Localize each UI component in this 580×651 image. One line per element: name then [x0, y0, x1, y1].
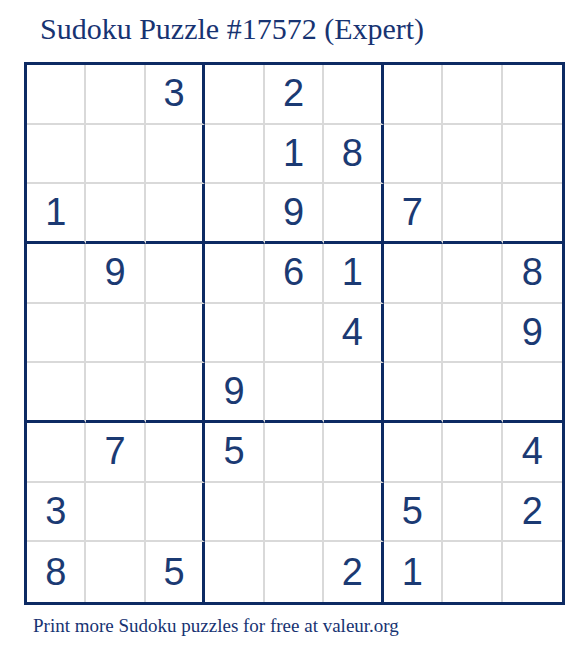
given-digit: 9 — [223, 370, 244, 413]
cell-r2c2 — [86, 125, 145, 185]
cell-r9c9 — [503, 542, 562, 602]
given-digit: 8 — [522, 251, 543, 294]
cell-r4c3 — [146, 244, 205, 304]
cell-r6c7 — [384, 363, 443, 423]
given-digit: 8 — [45, 551, 66, 594]
cell-r9c8 — [443, 542, 502, 602]
cell-r3c1: 1 — [27, 184, 86, 244]
cell-r4c1 — [27, 244, 86, 304]
cell-r9c4 — [205, 542, 264, 602]
cell-r3c4 — [205, 184, 264, 244]
cell-r4c5: 6 — [265, 244, 324, 304]
given-digit: 8 — [342, 132, 363, 175]
cell-r4c8 — [443, 244, 502, 304]
cell-r1c5: 2 — [265, 65, 324, 125]
cell-r1c8 — [443, 65, 502, 125]
cell-r9c3: 5 — [146, 542, 205, 602]
given-digit: 5 — [223, 430, 244, 473]
cell-r6c4: 9 — [205, 363, 264, 423]
cell-r1c3: 3 — [146, 65, 205, 125]
cell-r8c1: 3 — [27, 483, 86, 543]
cell-r2c1 — [27, 125, 86, 185]
given-digit: 4 — [522, 430, 543, 473]
cell-r7c5 — [265, 423, 324, 483]
cell-r7c1 — [27, 423, 86, 483]
cell-r2c8 — [443, 125, 502, 185]
cell-r4c9: 8 — [503, 244, 562, 304]
cell-r7c8 — [443, 423, 502, 483]
cell-r2c3 — [146, 125, 205, 185]
cell-r2c5: 1 — [265, 125, 324, 185]
cell-r6c5 — [265, 363, 324, 423]
given-digit: 7 — [402, 191, 423, 234]
cell-r3c5: 9 — [265, 184, 324, 244]
cell-r6c9 — [503, 363, 562, 423]
cell-r3c2 — [86, 184, 145, 244]
given-digit: 2 — [283, 72, 304, 115]
cell-r6c6 — [324, 363, 383, 423]
given-digit: 9 — [283, 191, 304, 234]
cell-r8c8 — [443, 483, 502, 543]
cell-r3c6 — [324, 184, 383, 244]
cell-r4c7 — [384, 244, 443, 304]
given-digit: 5 — [402, 490, 423, 533]
sudoku-board: 321819796184997543528521 — [24, 62, 565, 605]
given-digit: 4 — [342, 311, 363, 354]
puzzle-title: Sudoku Puzzle #17572 (Expert) — [40, 12, 424, 46]
cell-r9c2 — [86, 542, 145, 602]
cell-r8c5 — [265, 483, 324, 543]
cell-r7c4: 5 — [205, 423, 264, 483]
cell-r5c1 — [27, 304, 86, 364]
cell-r6c1 — [27, 363, 86, 423]
cell-r9c5 — [265, 542, 324, 602]
cell-r8c3 — [146, 483, 205, 543]
cell-r5c9: 9 — [503, 304, 562, 364]
cell-r8c9: 2 — [503, 483, 562, 543]
cell-r7c7 — [384, 423, 443, 483]
cell-r6c3 — [146, 363, 205, 423]
cell-r1c4 — [205, 65, 264, 125]
cell-r5c6: 4 — [324, 304, 383, 364]
given-digit: 1 — [45, 191, 66, 234]
cell-r3c7: 7 — [384, 184, 443, 244]
cell-r1c9 — [503, 65, 562, 125]
cell-r1c2 — [86, 65, 145, 125]
cell-r1c7 — [384, 65, 443, 125]
cell-r6c8 — [443, 363, 502, 423]
given-digit: 2 — [522, 490, 543, 533]
cell-r5c5 — [265, 304, 324, 364]
cell-r9c1: 8 — [27, 542, 86, 602]
cell-r2c4 — [205, 125, 264, 185]
cell-r8c4 — [205, 483, 264, 543]
given-digit: 2 — [342, 551, 363, 594]
cell-r2c9 — [503, 125, 562, 185]
cell-r9c6: 2 — [324, 542, 383, 602]
cell-r7c3 — [146, 423, 205, 483]
given-digit: 3 — [164, 72, 185, 115]
cell-r8c2 — [86, 483, 145, 543]
given-digit: 1 — [402, 551, 423, 594]
given-digit: 3 — [45, 490, 66, 533]
given-digit: 1 — [342, 251, 363, 294]
cell-r3c9 — [503, 184, 562, 244]
cell-r4c2: 9 — [86, 244, 145, 304]
cell-r1c6 — [324, 65, 383, 125]
given-digit: 7 — [105, 430, 126, 473]
cell-r6c2 — [86, 363, 145, 423]
cell-r3c3 — [146, 184, 205, 244]
given-digit: 6 — [283, 251, 304, 294]
cell-r4c6: 1 — [324, 244, 383, 304]
given-digit: 9 — [522, 311, 543, 354]
given-digit: 9 — [105, 251, 126, 294]
cell-r5c8 — [443, 304, 502, 364]
cell-r4c4 — [205, 244, 264, 304]
cell-r8c7: 5 — [384, 483, 443, 543]
cell-r7c9: 4 — [503, 423, 562, 483]
given-digit: 5 — [164, 551, 185, 594]
cell-r5c4 — [205, 304, 264, 364]
cell-r2c6: 8 — [324, 125, 383, 185]
cell-r5c3 — [146, 304, 205, 364]
footer-note: Print more Sudoku puzzles for free at va… — [33, 614, 399, 638]
cell-r3c8 — [443, 184, 502, 244]
cell-r1c1 — [27, 65, 86, 125]
cell-r2c7 — [384, 125, 443, 185]
cell-r5c2 — [86, 304, 145, 364]
cell-r5c7 — [384, 304, 443, 364]
cell-r7c6 — [324, 423, 383, 483]
cell-r9c7: 1 — [384, 542, 443, 602]
cell-r7c2: 7 — [86, 423, 145, 483]
cell-r8c6 — [324, 483, 383, 543]
given-digit: 1 — [283, 132, 304, 175]
